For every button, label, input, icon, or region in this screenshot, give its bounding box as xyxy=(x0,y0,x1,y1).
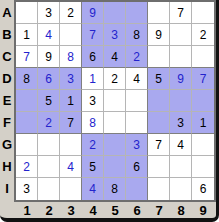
cell-D4[interactable]: 1 xyxy=(82,68,104,90)
cell-H4[interactable]: 5 xyxy=(82,156,104,178)
cell-C4[interactable]: 6 xyxy=(82,46,104,68)
cell-E3[interactable]: 1 xyxy=(60,90,82,112)
cell-H3[interactable]: 4 xyxy=(60,156,82,178)
cell-G8[interactable]: 4 xyxy=(170,134,192,156)
cell-I8[interactable] xyxy=(170,178,192,200)
cell-F8[interactable]: 3 xyxy=(170,112,192,134)
cell-F3[interactable]: 7 xyxy=(60,112,82,134)
cell-H8[interactable] xyxy=(170,156,192,178)
cell-A5[interactable] xyxy=(104,2,126,24)
cell-A7[interactable] xyxy=(148,2,170,24)
cell-F7[interactable] xyxy=(148,112,170,134)
cell-B3[interactable] xyxy=(60,24,82,46)
cell-C3[interactable]: 8 xyxy=(60,46,82,68)
col-label-7: 7 xyxy=(148,203,170,218)
cell-B1[interactable]: 1 xyxy=(16,24,38,46)
col-label-2: 2 xyxy=(38,203,60,218)
col-label-3: 3 xyxy=(60,203,82,218)
row-label-F: F xyxy=(0,112,14,134)
cell-E4[interactable]: 3 xyxy=(82,90,104,112)
cell-I1[interactable]: 3 xyxy=(16,178,38,200)
cell-A4[interactable]: 9 xyxy=(82,2,104,24)
cell-C2[interactable]: 9 xyxy=(38,46,60,68)
cell-G7[interactable]: 7 xyxy=(148,134,170,156)
cell-A1[interactable] xyxy=(16,2,38,24)
col-labels: 123456789 xyxy=(16,203,214,218)
cell-I4[interactable]: 4 xyxy=(82,178,104,200)
col-label-4: 4 xyxy=(82,203,104,218)
cell-F9[interactable]: 1 xyxy=(192,112,214,134)
cell-B6[interactable]: 8 xyxy=(126,24,148,46)
cell-G5[interactable] xyxy=(104,134,126,156)
cell-G2[interactable] xyxy=(38,134,60,156)
cell-G9[interactable] xyxy=(192,134,214,156)
cell-B9[interactable]: 2 xyxy=(192,24,214,46)
row-label-H: H xyxy=(0,156,14,178)
cell-D8[interactable]: 9 xyxy=(170,68,192,90)
cell-A9[interactable] xyxy=(192,2,214,24)
cell-G1[interactable] xyxy=(16,134,38,156)
row-labels: ABCDEFGHI xyxy=(0,2,14,200)
cell-C5[interactable]: 4 xyxy=(104,46,126,68)
cell-F5[interactable] xyxy=(104,112,126,134)
cell-F4[interactable]: 8 xyxy=(82,112,104,134)
cell-D2[interactable]: 6 xyxy=(38,68,60,90)
cell-I7[interactable] xyxy=(148,178,170,200)
cell-B7[interactable]: 9 xyxy=(148,24,170,46)
cell-C1[interactable]: 7 xyxy=(16,46,38,68)
cell-E7[interactable] xyxy=(148,90,170,112)
cell-B2[interactable]: 4 xyxy=(38,24,60,46)
row-label-D: D xyxy=(0,68,14,90)
sudoku-grid: 3297147389279864286312459751327831237424… xyxy=(14,0,216,202)
cell-A8[interactable]: 7 xyxy=(170,2,192,24)
row-label-A: A xyxy=(0,2,14,24)
cell-H6[interactable]: 6 xyxy=(126,156,148,178)
cell-D1[interactable]: 8 xyxy=(16,68,38,90)
cell-B8[interactable] xyxy=(170,24,192,46)
cell-D3[interactable]: 3 xyxy=(60,68,82,90)
cell-H2[interactable] xyxy=(38,156,60,178)
col-label-8: 8 xyxy=(170,203,192,218)
cell-B4[interactable]: 7 xyxy=(82,24,104,46)
row-label-C: C xyxy=(0,46,14,68)
row-label-B: B xyxy=(0,24,14,46)
row-label-G: G xyxy=(0,134,14,156)
cell-I3[interactable] xyxy=(60,178,82,200)
col-label-9: 9 xyxy=(192,203,214,218)
col-label-6: 6 xyxy=(126,203,148,218)
cell-D5[interactable]: 2 xyxy=(104,68,126,90)
cell-C6[interactable]: 2 xyxy=(126,46,148,68)
cell-F2[interactable]: 2 xyxy=(38,112,60,134)
cell-G6[interactable]: 3 xyxy=(126,134,148,156)
cell-H1[interactable]: 2 xyxy=(16,156,38,178)
cell-C8[interactable] xyxy=(170,46,192,68)
cell-C9[interactable] xyxy=(192,46,214,68)
row-label-E: E xyxy=(0,90,14,112)
cell-E6[interactable] xyxy=(126,90,148,112)
cell-B5[interactable]: 3 xyxy=(104,24,126,46)
sudoku-window: ABCDEFGHI 329714738927986428631245975132… xyxy=(0,0,219,222)
cell-D9[interactable]: 7 xyxy=(192,68,214,90)
cell-G3[interactable] xyxy=(60,134,82,156)
cell-E1[interactable] xyxy=(16,90,38,112)
cell-F1[interactable] xyxy=(16,112,38,134)
cell-I9[interactable]: 6 xyxy=(192,178,214,200)
cell-E8[interactable] xyxy=(170,90,192,112)
cell-E2[interactable]: 5 xyxy=(38,90,60,112)
col-label-1: 1 xyxy=(16,203,38,218)
cell-A3[interactable]: 2 xyxy=(60,2,82,24)
cell-C7[interactable] xyxy=(148,46,170,68)
cell-A6[interactable] xyxy=(126,2,148,24)
cell-H9[interactable] xyxy=(192,156,214,178)
cell-D6[interactable]: 4 xyxy=(126,68,148,90)
cell-I5[interactable]: 8 xyxy=(104,178,126,200)
cell-E5[interactable] xyxy=(104,90,126,112)
cell-G4[interactable]: 2 xyxy=(82,134,104,156)
row-label-I: I xyxy=(0,178,14,200)
col-label-5: 5 xyxy=(104,203,126,218)
cell-A2[interactable]: 3 xyxy=(38,2,60,24)
cell-D7[interactable]: 5 xyxy=(148,68,170,90)
cell-F6[interactable] xyxy=(126,112,148,134)
cell-H7[interactable] xyxy=(148,156,170,178)
cell-H5[interactable] xyxy=(104,156,126,178)
cell-I6[interactable] xyxy=(126,178,148,200)
cell-I2[interactable] xyxy=(38,178,60,200)
cell-E9[interactable] xyxy=(192,90,214,112)
